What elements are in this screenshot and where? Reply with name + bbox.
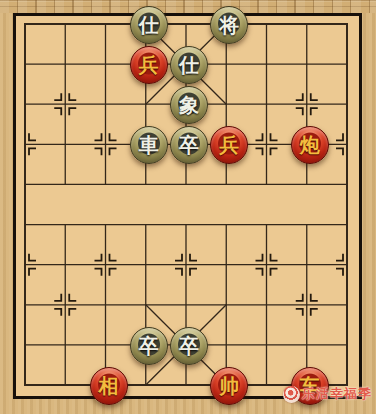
watermark: 乐活幸福季 [283,385,372,403]
piece-black-soldier[interactable]: 卒 [170,126,208,164]
piece-black-general[interactable]: 将 [210,6,248,44]
piece-black-soldier[interactable]: 卒 [170,327,208,365]
xiangqi-game: 仕将兵仕象車卒兵炮卒卒相帅车 乐活幸福季 [0,0,376,414]
watermark-text: 乐活幸福季 [302,385,372,403]
watermark-logo-icon [283,386,300,403]
piece-black-elephant[interactable]: 象 [170,86,208,124]
piece-black-chariot[interactable]: 車 [130,126,168,164]
piece-black-soldier[interactable]: 卒 [130,327,168,365]
piece-red-elephant[interactable]: 相 [90,367,128,405]
piece-layer: 仕将兵仕象車卒兵炮卒卒相帅车 [5,4,367,405]
piece-black-advisor[interactable]: 仕 [170,46,208,84]
piece-red-general[interactable]: 帅 [210,367,248,405]
piece-red-soldier[interactable]: 兵 [130,46,168,84]
piece-black-advisor[interactable]: 仕 [130,6,168,44]
piece-red-soldier[interactable]: 兵 [210,126,248,164]
piece-red-cannon[interactable]: 炮 [291,126,329,164]
